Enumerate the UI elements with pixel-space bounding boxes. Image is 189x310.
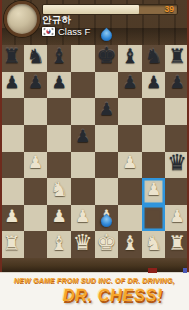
square-c3[interactable]: ♞: [47, 178, 71, 205]
square-f7[interactable]: ♟: [118, 72, 142, 99]
square-a5[interactable]: [0, 125, 24, 152]
square-h1[interactable]: ♜: [165, 231, 189, 258]
square-b4[interactable]: ♟: [24, 152, 48, 179]
promo-banner[interactable]: NEW GAME FROM SUD INC. OF DR. DRIVING, D…: [0, 272, 189, 310]
white-pawn-piece: ♟: [170, 208, 185, 225]
square-c8[interactable]: ♝: [47, 45, 71, 72]
white-pawn-piece: ♟: [4, 208, 19, 225]
black-king-piece: ♚: [96, 45, 116, 67]
square-f4[interactable]: ♟: [118, 152, 142, 179]
white-pawn-piece: ♟: [146, 181, 161, 198]
player-class: Class F: [58, 26, 90, 37]
square-e4[interactable]: [95, 152, 119, 179]
square-g2[interactable]: [142, 205, 166, 232]
white-pawn-piece: ♟: [122, 154, 137, 171]
app-root: 39 안규하 Class F ♜♞♝♚♝♞♜♟♟♟♟♟♟♟♟♟♟♛♞♟♟♟♟♟♟…: [0, 0, 189, 310]
square-a8[interactable]: ♜: [0, 45, 24, 72]
player-avatar[interactable]: [4, 1, 40, 37]
square-d2[interactable]: ♟: [71, 205, 95, 232]
black-rook-piece: ♜: [3, 46, 21, 66]
square-h5[interactable]: [165, 125, 189, 152]
square-d1[interactable]: ♛: [71, 231, 95, 258]
white-knight-piece: ♞: [145, 233, 163, 253]
black-queen-piece: ♛: [167, 152, 187, 174]
board-frame-left: [0, 0, 2, 272]
square-h6[interactable]: [165, 98, 189, 125]
square-c6[interactable]: [47, 98, 71, 125]
square-b8[interactable]: ♞: [24, 45, 48, 72]
white-bishop-piece: ♝: [121, 233, 139, 253]
board-frame-right: [187, 0, 189, 272]
square-a7[interactable]: ♟: [0, 72, 24, 99]
square-c2[interactable]: ♟: [47, 205, 71, 232]
square-a4[interactable]: [0, 152, 24, 179]
square-a6[interactable]: [0, 98, 24, 125]
square-e3[interactable]: [95, 178, 119, 205]
black-pawn-piece: ♟: [4, 74, 19, 91]
square-b3[interactable]: [24, 178, 48, 205]
square-b7[interactable]: ♟: [24, 72, 48, 99]
square-g7[interactable]: ♟: [142, 72, 166, 99]
black-pawn-piece: ♟: [122, 74, 137, 91]
black-pawn-piece: ♟: [75, 128, 90, 145]
square-d5[interactable]: ♟: [71, 125, 95, 152]
square-e6[interactable]: ♟: [95, 98, 119, 125]
promo-banner-title: DR. CHESS!: [63, 286, 163, 305]
black-pawn-piece: ♟: [170, 74, 185, 91]
ad-badge-blue: [183, 268, 187, 273]
square-c5[interactable]: [47, 125, 71, 152]
square-g5[interactable]: [142, 125, 166, 152]
white-rook-piece: ♜: [168, 233, 186, 253]
chess-board: ♜♞♝♚♝♞♜♟♟♟♟♟♟♟♟♟♟♛♞♟♟♟♟♟♟♜♝♛♚♝♞♜: [0, 45, 189, 258]
black-rook-piece: ♜: [168, 46, 186, 66]
square-e8[interactable]: ♚: [95, 45, 119, 72]
white-pawn-piece: ♟: [28, 154, 43, 171]
white-king-piece: ♚: [96, 232, 116, 254]
square-f1[interactable]: ♝: [118, 231, 142, 258]
player-header: 39 안규하 Class F: [0, 0, 189, 45]
board-frame-bottom: [0, 258, 189, 272]
square-d8[interactable]: [71, 45, 95, 72]
square-b6[interactable]: [24, 98, 48, 125]
white-rook-piece: ♜: [3, 233, 21, 253]
square-g8[interactable]: ♞: [142, 45, 166, 72]
square-b1[interactable]: [24, 231, 48, 258]
black-knight-piece: ♞: [26, 46, 44, 66]
level-badge: 39: [165, 5, 174, 14]
square-a2[interactable]: ♟: [0, 205, 24, 232]
square-f2[interactable]: [118, 205, 142, 232]
black-pawn-piece: ♟: [99, 101, 114, 118]
square-f3[interactable]: [118, 178, 142, 205]
square-f6[interactable]: [118, 98, 142, 125]
square-c4[interactable]: [47, 152, 71, 179]
square-d3[interactable]: [71, 178, 95, 205]
white-bishop-piece: ♝: [50, 233, 68, 253]
square-c1[interactable]: ♝: [47, 231, 71, 258]
square-e1[interactable]: ♚: [95, 231, 119, 258]
square-g3[interactable]: ♟: [142, 178, 166, 205]
square-g6[interactable]: [142, 98, 166, 125]
black-bishop-piece: ♝: [50, 46, 68, 66]
black-pawn-piece: ♟: [51, 74, 66, 91]
square-h2[interactable]: ♟: [165, 205, 189, 232]
square-h8[interactable]: ♜: [165, 45, 189, 72]
square-b2[interactable]: [24, 205, 48, 232]
square-e7[interactable]: [95, 72, 119, 99]
white-pawn-piece: ♟: [75, 208, 90, 225]
square-f5[interactable]: [118, 125, 142, 152]
square-d7[interactable]: [71, 72, 95, 99]
promo-banner-subtitle: NEW GAME FROM SUD INC. OF DR. DRIVING,: [0, 277, 189, 284]
square-a3[interactable]: [0, 178, 24, 205]
square-e5[interactable]: [95, 125, 119, 152]
square-h3[interactable]: [165, 178, 189, 205]
ad-badge-red: [148, 268, 157, 273]
square-g4[interactable]: [142, 152, 166, 179]
square-d6[interactable]: [71, 98, 95, 125]
square-c7[interactable]: ♟: [47, 72, 71, 99]
black-knight-piece: ♞: [145, 46, 163, 66]
square-f8[interactable]: ♝: [118, 45, 142, 72]
square-d4[interactable]: [71, 152, 95, 179]
square-b5[interactable]: [24, 125, 48, 152]
square-h4[interactable]: ♛: [165, 152, 189, 179]
white-knight-piece: ♞: [50, 179, 68, 199]
black-pawn-piece: ♟: [146, 74, 161, 91]
square-g1[interactable]: ♞: [142, 231, 166, 258]
white-queen-piece: ♛: [73, 232, 93, 254]
player-rank-row: Class F: [42, 26, 90, 37]
xp-bar-fill: [43, 5, 139, 14]
black-pawn-piece: ♟: [28, 74, 43, 91]
white-pawn-piece: ♟: [51, 208, 66, 225]
square-h7[interactable]: ♟: [165, 72, 189, 99]
korea-flag-icon: [42, 27, 55, 36]
black-bishop-piece: ♝: [121, 46, 139, 66]
square-a1[interactable]: ♜: [0, 231, 24, 258]
